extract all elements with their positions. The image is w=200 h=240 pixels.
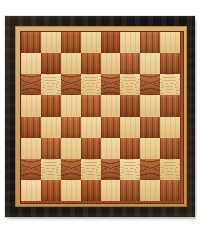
square-a6 [21, 74, 41, 95]
square-g3 [140, 138, 160, 159]
square-c6 [61, 74, 81, 95]
square-a3 [21, 138, 41, 159]
square-e5 [101, 95, 121, 116]
square-h7 [160, 53, 180, 74]
square-c1 [61, 180, 81, 201]
square-a7 [21, 53, 41, 74]
square-c4 [61, 117, 81, 138]
square-e6 [101, 74, 121, 95]
square-d7 [81, 53, 101, 74]
square-g8 [140, 32, 160, 53]
square-b7 [41, 53, 61, 74]
square-a5 [21, 95, 41, 116]
square-g4 [140, 117, 160, 138]
square-d5 [81, 95, 101, 116]
square-e3 [101, 138, 121, 159]
square-b3 [41, 138, 61, 159]
square-a2 [21, 159, 41, 180]
square-g2 [140, 159, 160, 180]
square-f7 [120, 53, 140, 74]
board-photo [0, 0, 200, 240]
square-g7 [140, 53, 160, 74]
square-h2 [160, 159, 180, 180]
square-f3 [120, 138, 140, 159]
square-d6 [81, 74, 101, 95]
square-c8 [61, 32, 81, 53]
square-d1 [81, 180, 101, 201]
square-c3 [61, 138, 81, 159]
square-h1 [160, 180, 180, 201]
square-b6 [41, 74, 61, 95]
board-border-strip [15, 26, 187, 207]
square-h8 [160, 32, 180, 53]
square-d8 [81, 32, 101, 53]
square-b1 [41, 180, 61, 201]
square-e4 [101, 117, 121, 138]
square-h4 [160, 117, 180, 138]
square-h3 [160, 138, 180, 159]
chess-board-frame [5, 16, 195, 217]
square-e2 [101, 159, 121, 180]
square-e8 [101, 32, 121, 53]
square-b5 [41, 95, 61, 116]
square-h5 [160, 95, 180, 116]
square-f6 [120, 74, 140, 95]
square-d3 [81, 138, 101, 159]
square-c2 [61, 159, 81, 180]
square-e7 [101, 53, 121, 74]
square-b4 [41, 117, 61, 138]
square-c5 [61, 95, 81, 116]
square-f8 [120, 32, 140, 53]
square-g5 [140, 95, 160, 116]
square-g1 [140, 180, 160, 201]
square-f5 [120, 95, 140, 116]
square-a1 [21, 180, 41, 201]
square-d2 [81, 159, 101, 180]
board-inner-band [20, 31, 184, 204]
square-e1 [101, 180, 121, 201]
square-a4 [21, 117, 41, 138]
square-h6 [160, 74, 180, 95]
square-f4 [120, 117, 140, 138]
square-c7 [61, 53, 81, 74]
board-grid [21, 32, 180, 201]
square-a8 [21, 32, 41, 53]
square-g6 [140, 74, 160, 95]
square-b8 [41, 32, 61, 53]
square-f1 [120, 180, 140, 201]
square-d4 [81, 117, 101, 138]
square-b2 [41, 159, 61, 180]
square-f2 [120, 159, 140, 180]
